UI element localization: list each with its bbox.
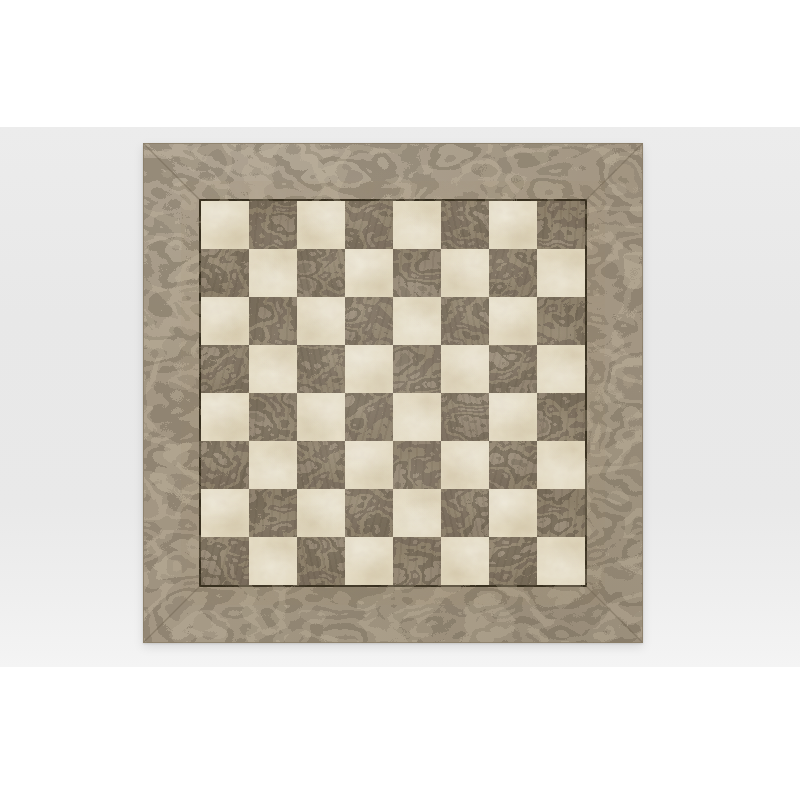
square-c5	[297, 345, 345, 393]
square-h3	[537, 441, 585, 489]
square-f6	[441, 297, 489, 345]
square-a2	[201, 489, 249, 537]
square-e3	[393, 441, 441, 489]
square-a4	[201, 393, 249, 441]
square-h2	[537, 489, 585, 537]
square-f2	[441, 489, 489, 537]
square-f8	[441, 201, 489, 249]
square-f7	[441, 249, 489, 297]
square-b5	[249, 345, 297, 393]
square-b4	[249, 393, 297, 441]
square-d3	[345, 441, 393, 489]
square-e2	[393, 489, 441, 537]
square-g7	[489, 249, 537, 297]
square-h6	[537, 297, 585, 345]
square-h5	[537, 345, 585, 393]
square-e1	[393, 537, 441, 585]
square-g1	[489, 537, 537, 585]
playing-area	[199, 199, 587, 587]
square-b6	[249, 297, 297, 345]
chess-board	[143, 143, 643, 643]
square-f4	[441, 393, 489, 441]
square-a1	[201, 537, 249, 585]
square-h7	[537, 249, 585, 297]
square-e5	[393, 345, 441, 393]
square-h4	[537, 393, 585, 441]
squares-grid	[201, 201, 585, 585]
square-a3	[201, 441, 249, 489]
square-g5	[489, 345, 537, 393]
square-c7	[297, 249, 345, 297]
square-c4	[297, 393, 345, 441]
square-f1	[441, 537, 489, 585]
square-c8	[297, 201, 345, 249]
square-h8	[537, 201, 585, 249]
square-g3	[489, 441, 537, 489]
square-e7	[393, 249, 441, 297]
square-a5	[201, 345, 249, 393]
square-c2	[297, 489, 345, 537]
square-e8	[393, 201, 441, 249]
product-photo-scene	[0, 0, 800, 800]
square-e4	[393, 393, 441, 441]
square-b3	[249, 441, 297, 489]
square-a7	[201, 249, 249, 297]
square-f5	[441, 345, 489, 393]
square-a6	[201, 297, 249, 345]
square-g2	[489, 489, 537, 537]
square-f3	[441, 441, 489, 489]
square-g6	[489, 297, 537, 345]
square-d7	[345, 249, 393, 297]
square-d1	[345, 537, 393, 585]
square-d8	[345, 201, 393, 249]
square-e6	[393, 297, 441, 345]
square-d5	[345, 345, 393, 393]
square-c6	[297, 297, 345, 345]
square-h1	[537, 537, 585, 585]
square-b8	[249, 201, 297, 249]
square-c1	[297, 537, 345, 585]
square-d6	[345, 297, 393, 345]
square-g4	[489, 393, 537, 441]
square-a8	[201, 201, 249, 249]
square-b2	[249, 489, 297, 537]
square-c3	[297, 441, 345, 489]
square-b7	[249, 249, 297, 297]
square-d4	[345, 393, 393, 441]
square-g8	[489, 201, 537, 249]
square-d2	[345, 489, 393, 537]
square-b1	[249, 537, 297, 585]
